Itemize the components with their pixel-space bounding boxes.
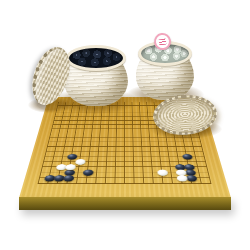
stone-black: [82, 169, 93, 175]
stone-black: [182, 154, 193, 160]
stone-white: [65, 164, 76, 170]
stone-white: [157, 169, 168, 175]
stone-white: [75, 159, 86, 165]
stone-black: [63, 175, 74, 181]
board-side-edge: [19, 197, 231, 210]
white-stone-bowl: [136, 46, 194, 100]
stone-black: [67, 154, 78, 160]
black-stone-bowl: [64, 50, 128, 106]
label-text-marks: [159, 39, 167, 46]
product-photo-go-set: [0, 0, 250, 250]
stone-white: [176, 175, 187, 181]
stone-black: [185, 175, 197, 181]
black-stones-in-bowl: [66, 45, 126, 71]
